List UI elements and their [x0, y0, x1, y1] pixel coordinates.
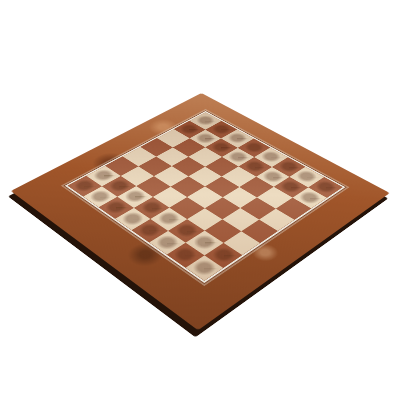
square-h4[interactable] [241, 219, 278, 243]
black-pawn-glyph: ♟ [294, 167, 325, 201]
square-g5[interactable] [240, 197, 275, 219]
scene: ♜♞♝♛♚♝♞♜♟♟♟♟♟♟♟♟♟♟♟♟♟♟♟♟♜♞♝♛♚♝♞♜ [0, 0, 400, 400]
white-rook-glyph: ♜ [186, 230, 224, 272]
square-h5[interactable] [259, 208, 295, 231]
chess-board: ♜♞♝♛♚♝♞♜♟♟♟♟♟♟♟♟♟♟♟♟♟♟♟♟♜♞♝♛♚♝♞♜ [11, 93, 390, 330]
chess-product-photo: ♜♞♝♛♚♝♞♜♟♟♟♟♟♟♟♟♟♟♟♟♟♟♟♟♜♞♝♛♚♝♞♜ [0, 0, 400, 400]
